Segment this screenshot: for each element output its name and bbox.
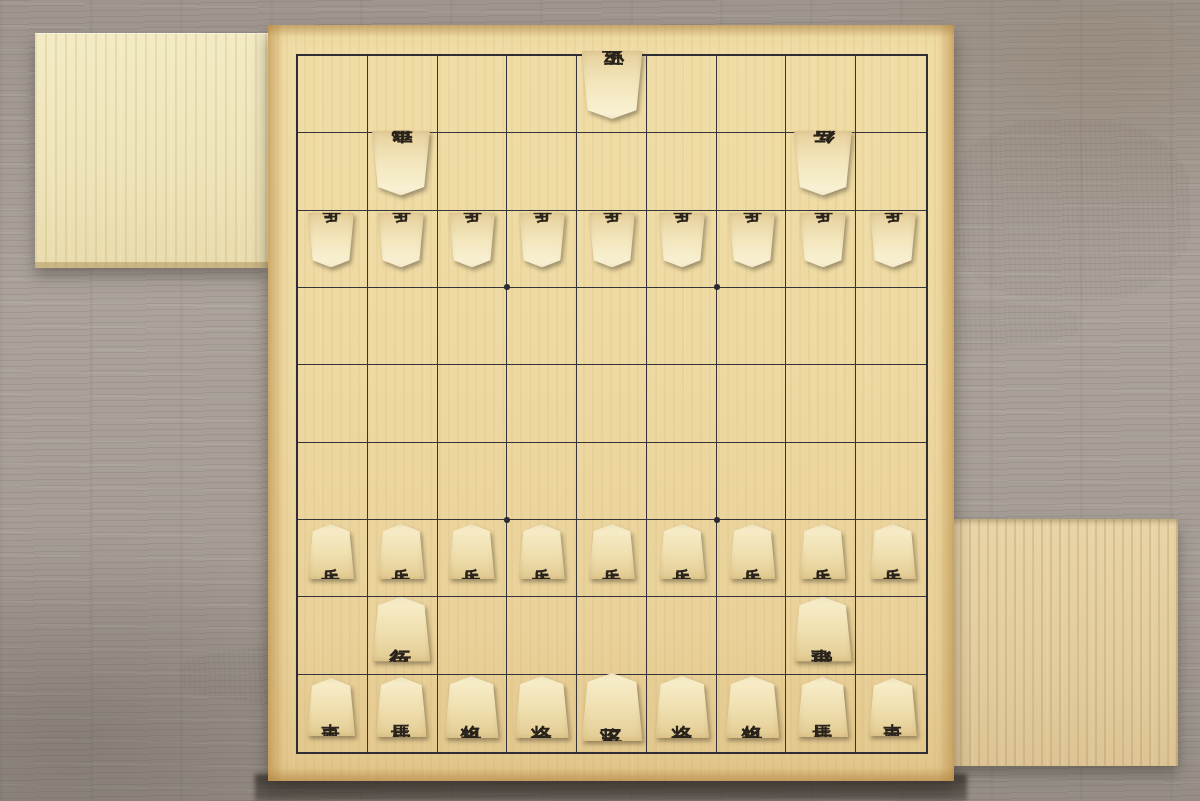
- piece-body: 歩兵: [308, 524, 354, 579]
- piece-body: 歩兵: [449, 524, 495, 579]
- piece-pawn-sente[interactable]: 歩兵: [729, 524, 775, 579]
- piece-body: 角行: [794, 130, 852, 195]
- piece-body: 銀将: [725, 676, 779, 738]
- piece-body: 金将: [515, 676, 569, 738]
- pieces-layer: 玉将飛車角行歩兵歩兵歩兵歩兵歩兵歩兵歩兵歩兵歩兵歩兵歩兵歩兵歩兵歩兵歩兵歩兵歩兵…: [296, 54, 928, 754]
- piece-body: 歩兵: [729, 524, 775, 579]
- piece-pawn-sente[interactable]: 歩兵: [870, 524, 916, 579]
- piece-body: 歩兵: [519, 213, 565, 268]
- piece-lance-sente[interactable]: 香車: [869, 678, 917, 736]
- piece-pawn-gote[interactable]: 歩兵: [589, 213, 635, 268]
- piece-gold-sente[interactable]: 金将: [515, 676, 569, 738]
- piece-pawn-sente[interactable]: 歩兵: [800, 524, 846, 579]
- piece-pawn-gote[interactable]: 歩兵: [519, 213, 565, 268]
- piece-king-gote[interactable]: 玉将: [582, 51, 643, 119]
- piece-pawn-gote[interactable]: 歩兵: [449, 213, 495, 268]
- piece-knight-sente[interactable]: 桂馬: [376, 677, 427, 737]
- piece-gold-sente[interactable]: 金将: [655, 676, 709, 738]
- piece-body: 香車: [869, 678, 917, 736]
- piece-body: 歩兵: [800, 524, 846, 579]
- piece-pawn-sente[interactable]: 歩兵: [449, 524, 495, 579]
- piece-silver-sente[interactable]: 銀将: [725, 676, 779, 738]
- piece-body: 飛車: [794, 597, 852, 662]
- piece-body: 金将: [655, 676, 709, 738]
- piece-pawn-gote[interactable]: 歩兵: [659, 213, 705, 268]
- piece-pawn-gote[interactable]: 歩兵: [378, 213, 424, 268]
- table-grain-streak: [950, 120, 1190, 300]
- piece-pawn-gote[interactable]: 歩兵: [308, 213, 354, 268]
- piece-body: 歩兵: [308, 213, 354, 268]
- piece-stand-top-left: [35, 33, 268, 268]
- piece-pawn-gote[interactable]: 歩兵: [870, 213, 916, 268]
- piece-body: 玉将: [582, 51, 643, 119]
- piece-rook-gote[interactable]: 飛車: [372, 130, 430, 195]
- table-surface: 玉将飛車角行歩兵歩兵歩兵歩兵歩兵歩兵歩兵歩兵歩兵歩兵歩兵歩兵歩兵歩兵歩兵歩兵歩兵…: [0, 0, 1200, 801]
- piece-body: 歩兵: [729, 213, 775, 268]
- piece-bishop-sente[interactable]: 角行: [372, 597, 430, 662]
- piece-body: 王将: [582, 673, 643, 741]
- piece-pawn-sente[interactable]: 歩兵: [589, 524, 635, 579]
- piece-body: 歩兵: [659, 524, 705, 579]
- piece-body: 角行: [372, 597, 430, 662]
- piece-body: 桂馬: [797, 677, 848, 737]
- piece-body: 銀将: [445, 676, 499, 738]
- piece-body: 歩兵: [378, 213, 424, 268]
- piece-stand-bottom-right: [942, 519, 1178, 766]
- piece-body: 歩兵: [519, 524, 565, 579]
- piece-body: 歩兵: [449, 213, 495, 268]
- piece-pawn-sente[interactable]: 歩兵: [519, 524, 565, 579]
- piece-body: 歩兵: [800, 213, 846, 268]
- piece-body: 桂馬: [376, 677, 427, 737]
- piece-rook-sente[interactable]: 飛車: [794, 597, 852, 662]
- shogi-board: 玉将飛車角行歩兵歩兵歩兵歩兵歩兵歩兵歩兵歩兵歩兵歩兵歩兵歩兵歩兵歩兵歩兵歩兵歩兵…: [268, 25, 954, 781]
- piece-pawn-gote[interactable]: 歩兵: [800, 213, 846, 268]
- piece-body: 香車: [307, 678, 355, 736]
- piece-pawn-sente[interactable]: 歩兵: [308, 524, 354, 579]
- piece-body: 歩兵: [589, 524, 635, 579]
- piece-king-sente[interactable]: 王将: [582, 673, 643, 741]
- piece-body: 歩兵: [659, 213, 705, 268]
- piece-body: 歩兵: [378, 524, 424, 579]
- piece-knight-sente[interactable]: 桂馬: [797, 677, 848, 737]
- piece-pawn-sente[interactable]: 歩兵: [378, 524, 424, 579]
- piece-silver-sente[interactable]: 銀将: [445, 676, 499, 738]
- piece-pawn-sente[interactable]: 歩兵: [659, 524, 705, 579]
- piece-body: 飛車: [372, 130, 430, 195]
- piece-bishop-gote[interactable]: 角行: [794, 130, 852, 195]
- piece-lance-sente[interactable]: 香車: [307, 678, 355, 736]
- piece-pawn-gote[interactable]: 歩兵: [729, 213, 775, 268]
- piece-body: 歩兵: [870, 213, 916, 268]
- piece-body: 歩兵: [870, 524, 916, 579]
- piece-body: 歩兵: [589, 213, 635, 268]
